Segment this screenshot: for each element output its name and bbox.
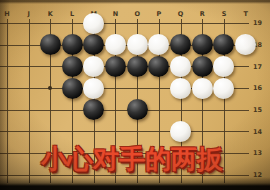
stone-white-Q17[interactable] — [170, 56, 191, 77]
stone-white-R16[interactable] — [192, 78, 213, 99]
stone-black-L18[interactable] — [62, 34, 83, 55]
stone-white-O18[interactable] — [127, 34, 148, 55]
go-board[interactable]: HJKLMNOPQRST 1918171615141312 小心对手的两扳 — [0, 0, 270, 190]
intersection-P17[interactable] — [148, 56, 170, 78]
stone-white-N18[interactable] — [105, 34, 126, 55]
stone-black-M18[interactable] — [83, 34, 104, 55]
intersection-M15[interactable] — [83, 99, 105, 121]
stone-white-S16[interactable] — [213, 78, 234, 99]
stone-black-L16[interactable] — [62, 78, 83, 99]
intersection-Q18[interactable] — [170, 34, 192, 56]
stone-black-O17[interactable] — [127, 56, 148, 77]
stone-white-M17[interactable] — [83, 56, 104, 77]
caption-text: 小心对手的两扳 — [0, 142, 264, 177]
stone-white-M19[interactable] — [83, 13, 104, 34]
intersection-P18[interactable] — [148, 34, 170, 56]
intersection-R16[interactable] — [191, 77, 213, 99]
intersection-Q17[interactable] — [170, 56, 192, 78]
intersection-Q14[interactable] — [170, 121, 192, 143]
stone-black-R18[interactable] — [192, 34, 213, 55]
stone-white-Q16[interactable] — [170, 78, 191, 99]
stone-black-Q18[interactable] — [170, 34, 191, 55]
intersection-T18[interactable] — [235, 34, 257, 56]
stone-black-K18[interactable] — [40, 34, 61, 55]
stone-white-Q14[interactable] — [170, 121, 191, 142]
intersection-S18[interactable] — [213, 34, 235, 56]
stone-white-T18[interactable] — [235, 34, 256, 55]
intersection-L16[interactable] — [61, 77, 83, 99]
stone-black-R17[interactable] — [192, 56, 213, 77]
stone-black-P17[interactable] — [148, 56, 169, 77]
intersection-O17[interactable] — [126, 56, 148, 78]
intersection-S17[interactable] — [213, 56, 235, 78]
intersection-Q16[interactable] — [170, 77, 192, 99]
intersection-L17[interactable] — [61, 56, 83, 78]
intersection-M18[interactable] — [83, 34, 105, 56]
stone-white-P18[interactable] — [148, 34, 169, 55]
intersection-L18[interactable] — [61, 34, 83, 56]
intersection-K18[interactable] — [40, 34, 62, 56]
intersection-R17[interactable] — [191, 56, 213, 78]
stone-black-S18[interactable] — [213, 34, 234, 55]
intersection-S16[interactable] — [213, 77, 235, 99]
stone-white-S17[interactable] — [213, 56, 234, 77]
intersection-M17[interactable] — [83, 56, 105, 78]
intersection-N17[interactable] — [105, 56, 127, 78]
stone-black-O15[interactable] — [127, 99, 148, 120]
intersection-M19[interactable] — [83, 12, 105, 34]
stone-black-M15[interactable] — [83, 99, 104, 120]
stone-black-N17[interactable] — [105, 56, 126, 77]
star-point-K16 — [48, 86, 52, 90]
intersection-O18[interactable] — [126, 34, 148, 56]
stone-black-L17[interactable] — [62, 56, 83, 77]
intersection-K16[interactable] — [40, 77, 62, 99]
intersection-N18[interactable] — [105, 34, 127, 56]
intersection-R18[interactable] — [191, 34, 213, 56]
intersection-O15[interactable] — [126, 99, 148, 121]
intersection-M16[interactable] — [83, 77, 105, 99]
stone-white-M16[interactable] — [83, 78, 104, 99]
